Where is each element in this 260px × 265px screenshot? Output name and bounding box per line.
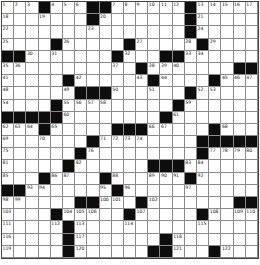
grid-cell[interactable] (39, 51, 51, 63)
grid-cell[interactable] (14, 148, 26, 160)
grid-cell[interactable] (39, 63, 51, 75)
grid-cell[interactable] (185, 124, 197, 136)
grid-cell[interactable]: 117 (75, 234, 87, 246)
grid-cell[interactable] (173, 136, 185, 148)
grid-cell[interactable] (124, 173, 136, 185)
grid-cell[interactable] (173, 197, 185, 209)
grid-cell[interactable] (26, 173, 38, 185)
grid-cell[interactable]: 119 (2, 246, 14, 258)
grid-cell[interactable] (100, 209, 112, 221)
grid-cell[interactable]: 66 (148, 124, 160, 136)
grid-cell[interactable] (75, 51, 87, 63)
grid-cell[interactable] (39, 100, 51, 112)
grid-cell[interactable] (100, 26, 112, 38)
grid-cell[interactable]: 35 (2, 63, 14, 75)
grid-cell[interactable] (221, 197, 233, 209)
grid-cell[interactable] (51, 148, 63, 160)
grid-cell[interactable]: 83 (185, 160, 197, 172)
grid-cell[interactable] (63, 124, 75, 136)
grid-cell[interactable]: 77 (209, 148, 221, 160)
grid-cell[interactable] (221, 87, 233, 99)
grid-cell[interactable]: 114 (124, 221, 136, 233)
grid-cell[interactable]: 103 (2, 209, 14, 221)
grid-cell[interactable]: 11 (160, 2, 172, 14)
grid-cell[interactable] (136, 234, 148, 246)
grid-cell[interactable] (75, 185, 87, 197)
grid-cell[interactable]: 29 (209, 39, 221, 51)
grid-cell[interactable]: 12 (173, 2, 185, 14)
grid-cell[interactable] (39, 221, 51, 233)
grid-cell[interactable] (100, 39, 112, 51)
grid-cell[interactable] (14, 221, 26, 233)
grid-cell[interactable]: 50 (112, 87, 124, 99)
grid-cell[interactable]: 122 (221, 246, 233, 258)
grid-cell[interactable]: 65 (51, 124, 63, 136)
grid-cell[interactable] (87, 221, 99, 233)
grid-cell[interactable] (112, 234, 124, 246)
grid-cell[interactable] (14, 100, 26, 112)
grid-cell[interactable] (197, 197, 209, 209)
grid-cell[interactable] (51, 87, 63, 99)
grid-cell[interactable] (234, 173, 246, 185)
grid-cell[interactable] (87, 39, 99, 51)
grid-cell[interactable]: 27 (136, 39, 148, 51)
grid-cell[interactable]: 78 (221, 148, 233, 160)
grid-cell[interactable]: 26 (63, 39, 75, 51)
grid-cell[interactable] (112, 75, 124, 87)
grid-cell[interactable] (221, 234, 233, 246)
grid-cell[interactable]: 84 (197, 160, 209, 172)
grid-cell[interactable] (209, 63, 221, 75)
grid-cell[interactable] (221, 112, 233, 124)
grid-cell[interactable]: 109 (234, 209, 246, 221)
grid-cell[interactable]: 120 (75, 246, 87, 258)
grid-cell[interactable]: 88 (112, 173, 124, 185)
grid-cell[interactable] (100, 160, 112, 172)
grid-cell[interactable] (112, 39, 124, 51)
grid-cell[interactable]: 54 (2, 100, 14, 112)
grid-cell[interactable]: 107 (136, 209, 148, 221)
grid-cell[interactable] (100, 246, 112, 258)
grid-cell[interactable]: 96 (124, 185, 136, 197)
grid-cell[interactable]: 51 (148, 87, 160, 99)
grid-cell[interactable]: 79 (234, 148, 246, 160)
grid-cell[interactable] (63, 136, 75, 148)
grid-cell[interactable] (124, 100, 136, 112)
grid-cell[interactable]: 8 (124, 2, 136, 14)
grid-cell[interactable] (87, 75, 99, 87)
grid-cell[interactable] (26, 39, 38, 51)
grid-cell[interactable] (246, 234, 258, 246)
grid-cell[interactable] (124, 75, 136, 87)
grid-cell[interactable]: 44 (160, 75, 172, 87)
grid-cell[interactable] (100, 148, 112, 160)
grid-cell[interactable] (234, 100, 246, 112)
grid-cell[interactable]: 76 (87, 148, 99, 160)
grid-cell[interactable] (185, 136, 197, 148)
grid-cell[interactable] (209, 234, 221, 246)
grid-cell[interactable] (234, 112, 246, 124)
grid-cell[interactable] (100, 124, 112, 136)
grid-cell[interactable] (87, 112, 99, 124)
grid-cell[interactable]: 20 (100, 14, 112, 26)
grid-cell[interactable] (246, 246, 258, 258)
grid-cell[interactable]: 121 (173, 246, 185, 258)
grid-cell[interactable]: 42 (75, 75, 87, 87)
grid-cell[interactable]: 118 (173, 234, 185, 246)
grid-cell[interactable] (26, 160, 38, 172)
grid-cell[interactable] (246, 100, 258, 112)
grid-cell[interactable] (26, 100, 38, 112)
grid-cell[interactable] (197, 185, 209, 197)
grid-cell[interactable] (234, 185, 246, 197)
grid-cell[interactable]: 69 (2, 136, 14, 148)
grid-cell[interactable]: 9 (136, 2, 148, 14)
grid-cell[interactable] (112, 160, 124, 172)
grid-cell[interactable] (136, 185, 148, 197)
grid-cell[interactable] (136, 148, 148, 160)
grid-cell[interactable] (39, 87, 51, 99)
grid-cell[interactable]: 94 (39, 185, 51, 197)
grid-cell[interactable] (148, 136, 160, 148)
grid-cell[interactable]: 4 (51, 2, 63, 14)
grid-cell[interactable]: 113 (75, 221, 87, 233)
grid-cell[interactable] (185, 221, 197, 233)
grid-cell[interactable]: 101 (112, 197, 124, 209)
grid-cell[interactable]: 2 (14, 2, 26, 14)
grid-cell[interactable]: 71 (100, 136, 112, 148)
grid-cell[interactable] (136, 14, 148, 26)
grid-cell[interactable]: 62 (2, 124, 14, 136)
grid-cell[interactable] (246, 173, 258, 185)
grid-cell[interactable] (148, 100, 160, 112)
grid-cell[interactable] (160, 87, 172, 99)
grid-cell[interactable] (124, 246, 136, 258)
grid-cell[interactable]: 55 (63, 100, 75, 112)
grid-cell[interactable] (246, 26, 258, 38)
grid-cell[interactable] (221, 51, 233, 63)
grid-cell[interactable] (112, 209, 124, 221)
grid-cell[interactable] (26, 63, 38, 75)
grid-cell[interactable] (136, 51, 148, 63)
grid-cell[interactable]: 23 (87, 26, 99, 38)
grid-cell[interactable] (75, 112, 87, 124)
grid-cell[interactable] (87, 63, 99, 75)
grid-cell[interactable] (63, 185, 75, 197)
grid-cell[interactable] (246, 112, 258, 124)
grid-cell[interactable]: 68 (221, 124, 233, 136)
grid-cell[interactable] (234, 26, 246, 38)
grid-cell[interactable] (185, 75, 197, 87)
grid-cell[interactable]: 1 (2, 2, 14, 14)
grid-cell[interactable]: 92 (197, 173, 209, 185)
grid-cell[interactable]: 57 (87, 100, 99, 112)
grid-cell[interactable]: 16 (234, 2, 246, 14)
grid-cell[interactable] (124, 87, 136, 99)
grid-cell[interactable]: 37 (112, 63, 124, 75)
grid-cell[interactable] (39, 75, 51, 87)
grid-cell[interactable] (51, 185, 63, 197)
grid-cell[interactable] (14, 209, 26, 221)
grid-cell[interactable] (112, 112, 124, 124)
grid-cell[interactable] (112, 14, 124, 26)
grid-cell[interactable] (51, 14, 63, 26)
grid-cell[interactable] (246, 221, 258, 233)
grid-cell[interactable] (234, 221, 246, 233)
grid-cell[interactable] (124, 234, 136, 246)
grid-cell[interactable] (124, 160, 136, 172)
grid-cell[interactable]: 33 (185, 51, 197, 63)
grid-cell[interactable] (112, 100, 124, 112)
grid-cell[interactable] (160, 100, 172, 112)
grid-cell[interactable]: 60 (63, 112, 75, 124)
grid-cell[interactable] (75, 26, 87, 38)
grid-cell[interactable] (185, 246, 197, 258)
grid-cell[interactable] (160, 209, 172, 221)
grid-cell[interactable] (173, 209, 185, 221)
grid-cell[interactable] (39, 197, 51, 209)
grid-cell[interactable] (173, 221, 185, 233)
grid-cell[interactable]: 100 (100, 197, 112, 209)
grid-cell[interactable]: 38 (148, 63, 160, 75)
grid-cell[interactable] (246, 51, 258, 63)
grid-cell[interactable]: 3 (26, 2, 38, 14)
grid-cell[interactable] (87, 124, 99, 136)
grid-cell[interactable] (148, 221, 160, 233)
grid-cell[interactable] (234, 234, 246, 246)
grid-cell[interactable] (173, 39, 185, 51)
grid-cell[interactable] (148, 39, 160, 51)
grid-cell[interactable] (234, 246, 246, 258)
grid-cell[interactable] (14, 39, 26, 51)
grid-cell[interactable] (14, 75, 26, 87)
grid-cell[interactable] (185, 112, 197, 124)
grid-cell[interactable] (100, 75, 112, 87)
grid-cell[interactable] (148, 51, 160, 63)
grid-cell[interactable] (63, 197, 75, 209)
grid-cell[interactable] (87, 173, 99, 185)
grid-cell[interactable] (148, 14, 160, 26)
grid-cell[interactable]: 58 (100, 100, 112, 112)
grid-cell[interactable]: 59 (185, 100, 197, 112)
grid-cell[interactable] (124, 112, 136, 124)
grid-cell[interactable] (209, 221, 221, 233)
grid-cell[interactable] (246, 14, 258, 26)
grid-cell[interactable]: 67 (160, 124, 172, 136)
grid-cell[interactable] (124, 14, 136, 26)
grid-cell[interactable] (124, 148, 136, 160)
grid-cell[interactable]: 39 (160, 63, 172, 75)
grid-cell[interactable]: 21 (197, 14, 209, 26)
grid-cell[interactable] (173, 148, 185, 160)
grid-cell[interactable] (100, 234, 112, 246)
grid-cell[interactable] (136, 221, 148, 233)
grid-cell[interactable] (160, 185, 172, 197)
grid-cell[interactable]: 89 (148, 173, 160, 185)
grid-cell[interactable] (124, 63, 136, 75)
grid-cell[interactable] (197, 63, 209, 75)
grid-cell[interactable]: 40 (173, 63, 185, 75)
grid-cell[interactable] (87, 160, 99, 172)
grid-cell[interactable]: 43 (136, 75, 148, 87)
grid-cell[interactable] (26, 148, 38, 160)
grid-cell[interactable] (75, 173, 87, 185)
grid-cell[interactable]: 104 (63, 209, 75, 221)
grid-cell[interactable] (136, 112, 148, 124)
grid-cell[interactable] (26, 26, 38, 38)
grid-cell[interactable]: 25 (2, 39, 14, 51)
grid-cell[interactable] (221, 185, 233, 197)
grid-cell[interactable] (246, 87, 258, 99)
grid-cell[interactable] (209, 51, 221, 63)
grid-cell[interactable]: 7 (112, 2, 124, 14)
grid-cell[interactable]: 85 (2, 173, 14, 185)
grid-cell[interactable] (39, 148, 51, 160)
grid-cell[interactable]: 10 (148, 2, 160, 14)
grid-cell[interactable] (185, 148, 197, 160)
grid-cell[interactable] (14, 246, 26, 258)
grid-cell[interactable] (136, 100, 148, 112)
grid-cell[interactable]: 95 (100, 185, 112, 197)
grid-cell[interactable] (14, 160, 26, 172)
grid-cell[interactable]: 17 (246, 2, 258, 14)
grid-cell[interactable] (209, 173, 221, 185)
grid-cell[interactable]: 72 (112, 136, 124, 148)
grid-cell[interactable]: 87 (63, 173, 75, 185)
grid-cell[interactable] (173, 14, 185, 26)
grid-cell[interactable] (14, 87, 26, 99)
grid-cell[interactable] (14, 136, 26, 148)
grid-cell[interactable] (160, 197, 172, 209)
grid-cell[interactable] (209, 100, 221, 112)
grid-cell[interactable] (51, 246, 63, 258)
grid-cell[interactable] (148, 234, 160, 246)
grid-cell[interactable] (234, 51, 246, 63)
grid-cell[interactable]: 32 (124, 51, 136, 63)
grid-cell[interactable] (51, 136, 63, 148)
grid-cell[interactable] (14, 14, 26, 26)
grid-cell[interactable] (51, 197, 63, 209)
grid-cell[interactable] (51, 234, 63, 246)
grid-cell[interactable]: 46 (234, 75, 246, 87)
grid-cell[interactable]: 49 (63, 87, 75, 99)
grid-cell[interactable]: 110 (246, 209, 258, 221)
grid-cell[interactable] (209, 160, 221, 172)
grid-cell[interactable]: 36 (14, 63, 26, 75)
grid-cell[interactable]: 63 (14, 124, 26, 136)
grid-cell[interactable] (197, 112, 209, 124)
grid-cell[interactable] (160, 136, 172, 148)
grid-cell[interactable]: 97 (185, 185, 197, 197)
grid-cell[interactable]: 45 (221, 75, 233, 87)
grid-cell[interactable]: 47 (246, 75, 258, 87)
grid-cell[interactable] (197, 234, 209, 246)
grid-cell[interactable] (26, 87, 38, 99)
grid-cell[interactable] (221, 209, 233, 221)
grid-cell[interactable] (39, 26, 51, 38)
grid-cell[interactable] (63, 51, 75, 63)
grid-cell[interactable]: 24 (197, 26, 209, 38)
grid-cell[interactable]: 115 (197, 221, 209, 233)
grid-cell[interactable] (246, 39, 258, 51)
grid-cell[interactable] (197, 124, 209, 136)
grid-cell[interactable] (221, 63, 233, 75)
grid-cell[interactable] (26, 75, 38, 87)
grid-cell[interactable] (148, 26, 160, 38)
grid-cell[interactable]: 112 (51, 221, 63, 233)
grid-cell[interactable] (246, 160, 258, 172)
grid-cell[interactable] (39, 160, 51, 172)
grid-cell[interactable]: 99 (14, 197, 26, 209)
grid-cell[interactable] (100, 51, 112, 63)
grid-cell[interactable] (221, 221, 233, 233)
grid-cell[interactable]: 41 (2, 75, 14, 87)
grid-cell[interactable] (197, 100, 209, 112)
grid-cell[interactable] (246, 124, 258, 136)
grid-cell[interactable] (51, 160, 63, 172)
grid-cell[interactable]: 90 (160, 173, 172, 185)
grid-cell[interactable] (197, 75, 209, 87)
grid-cell[interactable]: 75 (2, 148, 14, 160)
grid-cell[interactable] (100, 112, 112, 124)
grid-cell[interactable] (173, 75, 185, 87)
grid-cell[interactable] (221, 39, 233, 51)
grid-cell[interactable] (160, 26, 172, 38)
grid-cell[interactable]: 52 (197, 87, 209, 99)
grid-cell[interactable] (14, 26, 26, 38)
grid-cell[interactable]: 13 (197, 2, 209, 14)
grid-cell[interactable] (221, 26, 233, 38)
grid-cell[interactable] (136, 160, 148, 172)
grid-cell[interactable] (124, 197, 136, 209)
grid-cell[interactable]: 19 (39, 14, 51, 26)
grid-cell[interactable] (209, 197, 221, 209)
grid-cell[interactable] (63, 148, 75, 160)
grid-cell[interactable] (136, 246, 148, 258)
grid-cell[interactable]: 116 (2, 234, 14, 246)
grid-cell[interactable]: 106 (87, 209, 99, 221)
grid-cell[interactable] (112, 26, 124, 38)
grid-cell[interactable] (63, 26, 75, 38)
grid-cell[interactable] (14, 234, 26, 246)
grid-cell[interactable]: 28 (185, 39, 197, 51)
grid-cell[interactable] (209, 26, 221, 38)
grid-cell[interactable] (87, 234, 99, 246)
grid-cell[interactable]: 82 (75, 160, 87, 172)
grid-cell[interactable] (26, 136, 38, 148)
grid-cell[interactable]: 53 (209, 87, 221, 99)
grid-cell[interactable]: 22 (2, 26, 14, 38)
grid-cell[interactable]: 31 (51, 51, 63, 63)
grid-cell[interactable]: 111 (2, 221, 14, 233)
grid-cell[interactable] (51, 63, 63, 75)
grid-cell[interactable] (26, 209, 38, 221)
grid-cell[interactable] (148, 112, 160, 124)
grid-cell[interactable] (173, 124, 185, 136)
grid-cell[interactable]: 73 (124, 136, 136, 148)
grid-cell[interactable]: 93 (26, 185, 38, 197)
grid-cell[interactable] (112, 246, 124, 258)
grid-cell[interactable]: 86 (51, 173, 63, 185)
grid-cell[interactable] (173, 26, 185, 38)
grid-cell[interactable]: 91 (173, 173, 185, 185)
grid-cell[interactable] (26, 221, 38, 233)
grid-cell[interactable] (148, 185, 160, 197)
grid-cell[interactable]: 5 (63, 2, 75, 14)
grid-cell[interactable] (148, 148, 160, 160)
grid-cell[interactable] (39, 39, 51, 51)
grid-cell[interactable] (14, 173, 26, 185)
